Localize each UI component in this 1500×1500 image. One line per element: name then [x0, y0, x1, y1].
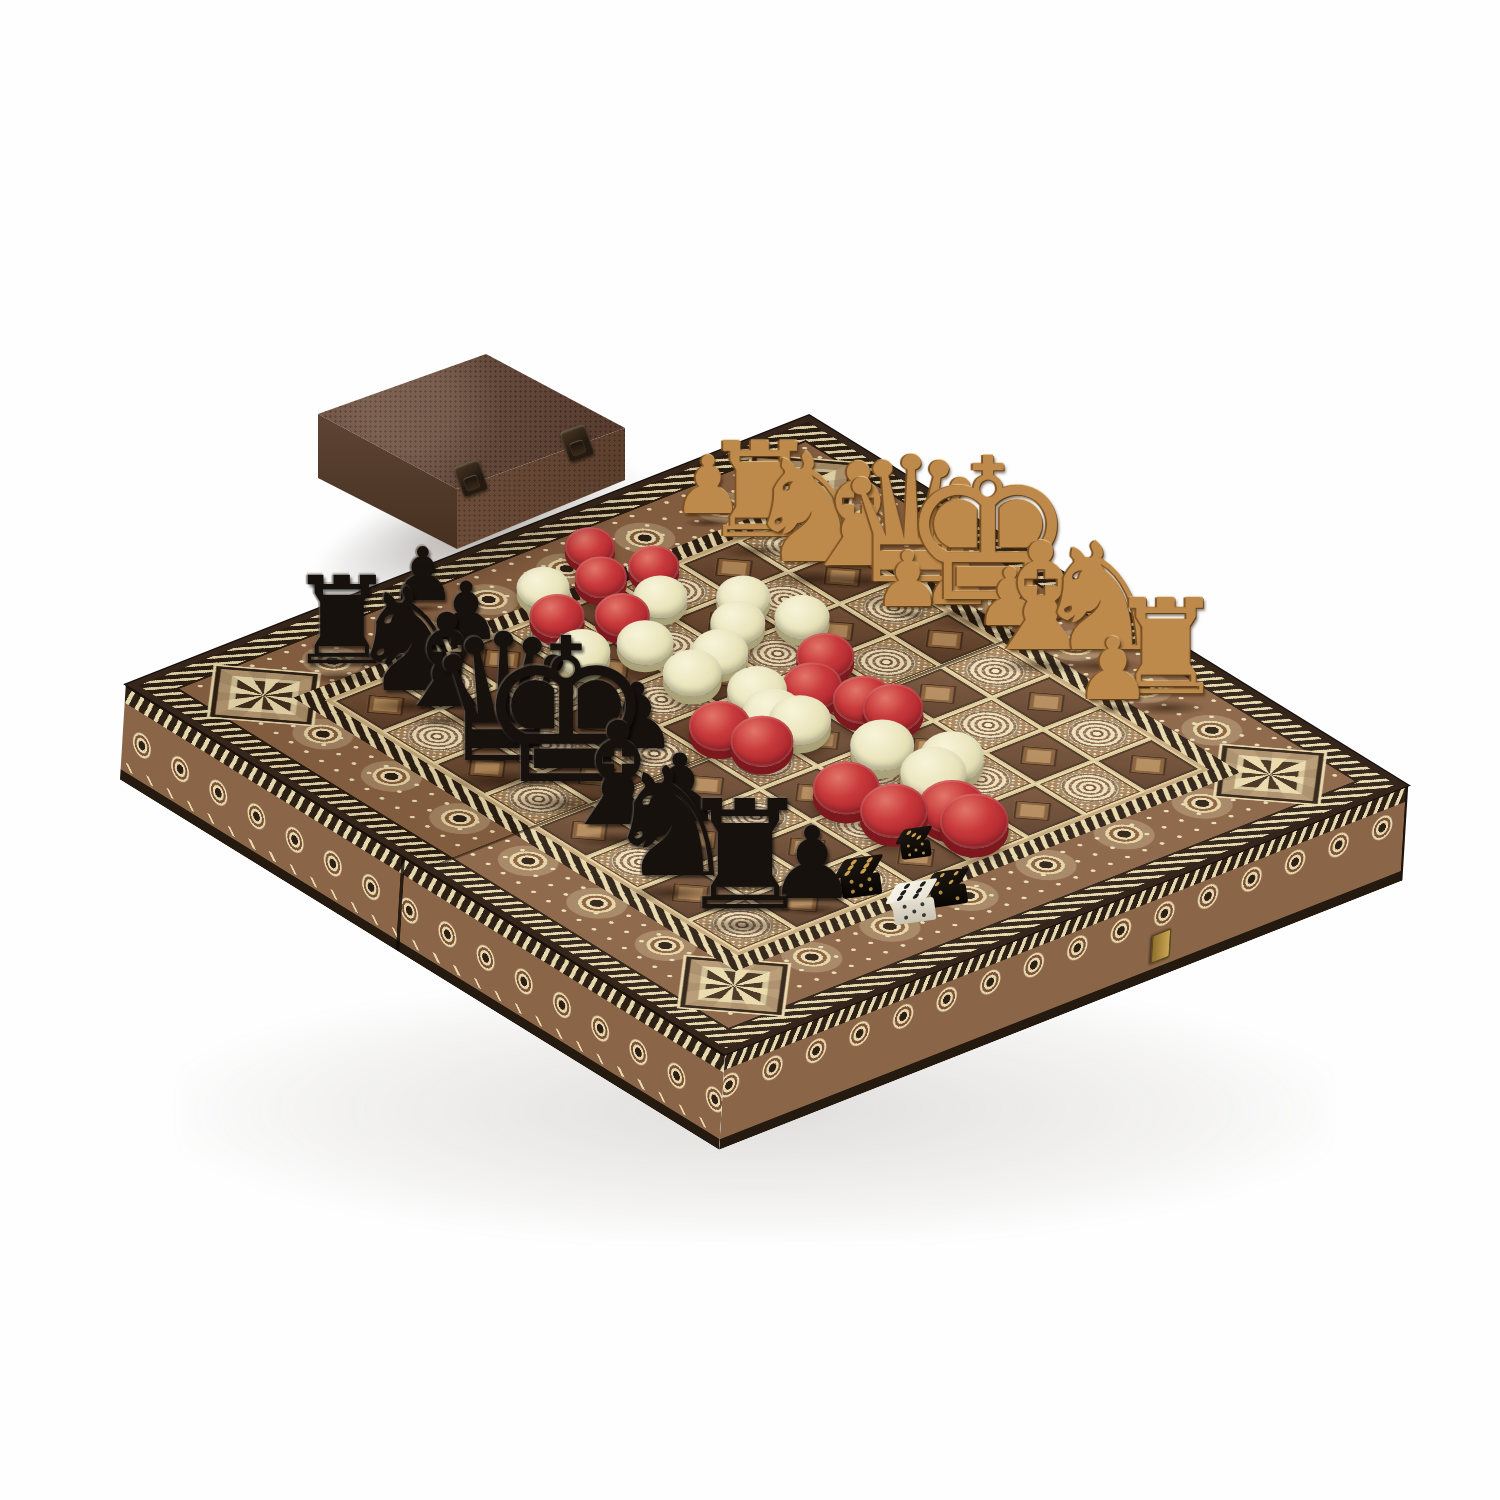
die-pip: [914, 848, 917, 851]
white-pawn[interactable]: ♟: [1074, 626, 1151, 712]
die-pip: [922, 913, 927, 918]
piece-shadow: [698, 917, 793, 935]
die-pip: [955, 896, 960, 901]
die-front-face: [900, 839, 932, 860]
die-pip: [938, 890, 943, 895]
die-pip: [920, 843, 923, 846]
die-front-face: [930, 883, 968, 908]
die-pip: [859, 883, 864, 888]
die-pip: [920, 902, 925, 907]
die-pip: [907, 845, 910, 848]
black-rook[interactable]: ♜: [677, 781, 812, 932]
die-front-face: [892, 897, 937, 926]
die-pip: [902, 904, 907, 909]
white-die[interactable]: [889, 879, 936, 925]
pawn-glyph: ♟: [1074, 626, 1151, 712]
die-pip: [868, 887, 873, 892]
die-pip: [867, 877, 872, 882]
black-die[interactable]: [898, 826, 932, 860]
rook-glyph: ♜: [677, 781, 812, 932]
die-pip: [904, 915, 909, 920]
die-pip: [939, 873, 945, 878]
die-pip: [921, 851, 924, 854]
red-draughts-piece[interactable]: [940, 794, 1009, 849]
red-draughts-piece[interactable]: [730, 716, 793, 767]
die-pip: [912, 909, 917, 914]
die-pip: [953, 871, 959, 876]
photo-stage: Syrian mosaic inlaid folding games board…: [0, 0, 1500, 1500]
die-pip: [948, 879, 954, 884]
die-pip: [908, 853, 911, 856]
red-draughts-piece[interactable]: [575, 556, 627, 598]
pieces-layer: ♜♟♞♟♝♛♚♟♝♟♞♜♟♟♜♞♝♛♚♟♟♟♝♞♟♜: [0, 0, 1500, 1500]
